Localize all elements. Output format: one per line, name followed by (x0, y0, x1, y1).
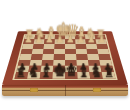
piece-black-pawn: ♟ (65, 63, 77, 72)
piece-white-king: ♚ (55, 20, 65, 39)
board-grid: ♜♞♝♚♛♝♞♜♟♟♟♟♟♟♟♟♟♟♟♟♟♟♟♟♜♞♝♚♛♝♞♜ (12, 34, 117, 80)
piece-white-rook: ♜ (96, 28, 106, 39)
square-g6[interactable] (30, 60, 43, 66)
piece-black-pawn: ♟ (77, 63, 89, 72)
piece-black-pawn: ♟ (53, 63, 65, 72)
square-d8[interactable]: ♛ (65, 72, 78, 79)
square-f8[interactable]: ♝ (40, 72, 53, 79)
box-front-edge (2, 85, 128, 96)
brass-hinge-right-icon (93, 88, 101, 92)
piece-white-queen: ♛ (65, 23, 75, 39)
piece-white-knight: ♞ (85, 27, 95, 40)
square-e8[interactable]: ♚ (52, 72, 65, 79)
square-c8[interactable]: ♝ (77, 72, 90, 79)
piece-black-pawn: ♟ (28, 63, 40, 72)
piece-black-pawn: ♟ (41, 63, 53, 72)
piece-black-pawn: ♟ (16, 63, 28, 72)
piece-white-knight: ♞ (34, 27, 44, 40)
piece-black-rook: ♜ (103, 67, 116, 79)
square-f6[interactable] (41, 60, 53, 66)
chess-set-photo: ♜♞♝♚♛♝♞♜♟♟♟♟♟♟♟♟♟♟♟♟♟♟♟♟♜♞♝♚♛♝♞♜ (0, 0, 130, 110)
fold-seam (65, 85, 66, 96)
square-e6[interactable] (53, 60, 65, 66)
chess-board: ♜♞♝♚♛♝♞♜♟♟♟♟♟♟♟♟♟♟♟♟♟♟♟♟♜♞♝♚♛♝♞♜ (2, 31, 128, 85)
square-c6[interactable] (76, 60, 88, 66)
square-a6[interactable] (99, 60, 112, 66)
piece-black-pawn: ♟ (102, 63, 114, 72)
piece-black-rook: ♜ (15, 67, 28, 79)
piece-white-bishop: ♝ (75, 25, 85, 39)
piece-white-bishop: ♝ (45, 25, 55, 39)
piece-white-rook: ♜ (24, 28, 34, 39)
square-g8[interactable]: ♞ (27, 72, 40, 79)
square-h6[interactable] (18, 60, 31, 66)
square-d6[interactable] (65, 60, 77, 66)
brass-hinge-left-icon (30, 88, 38, 92)
square-a8[interactable]: ♜ (102, 72, 116, 79)
mahogany-frame: ♜♞♝♚♛♝♞♜♟♟♟♟♟♟♟♟♟♟♟♟♟♟♟♟♜♞♝♚♛♝♞♜ (2, 31, 128, 85)
